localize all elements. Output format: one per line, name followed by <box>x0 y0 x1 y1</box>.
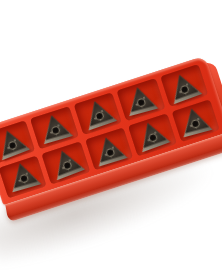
triangular-insert <box>134 117 171 152</box>
product-photo <box>0 0 222 278</box>
tray-compartment <box>42 141 90 184</box>
tray-compartment <box>30 106 78 149</box>
triangular-insert <box>5 159 41 192</box>
triangular-insert <box>123 83 159 116</box>
triangular-insert <box>37 111 73 144</box>
triangular-insert <box>91 133 127 167</box>
triangular-insert <box>177 105 213 138</box>
triangular-insert <box>80 96 117 130</box>
tray-compartment <box>128 113 176 156</box>
tray-compartment <box>74 92 122 135</box>
tray-compartment <box>85 127 133 170</box>
tray-compartment <box>160 64 208 107</box>
tray-compartment <box>171 99 219 142</box>
triangular-insert <box>165 70 202 105</box>
triangular-insert <box>0 125 30 160</box>
tray-compartment <box>117 78 165 121</box>
triangular-insert <box>47 145 84 180</box>
tray-compartment <box>0 155 47 198</box>
